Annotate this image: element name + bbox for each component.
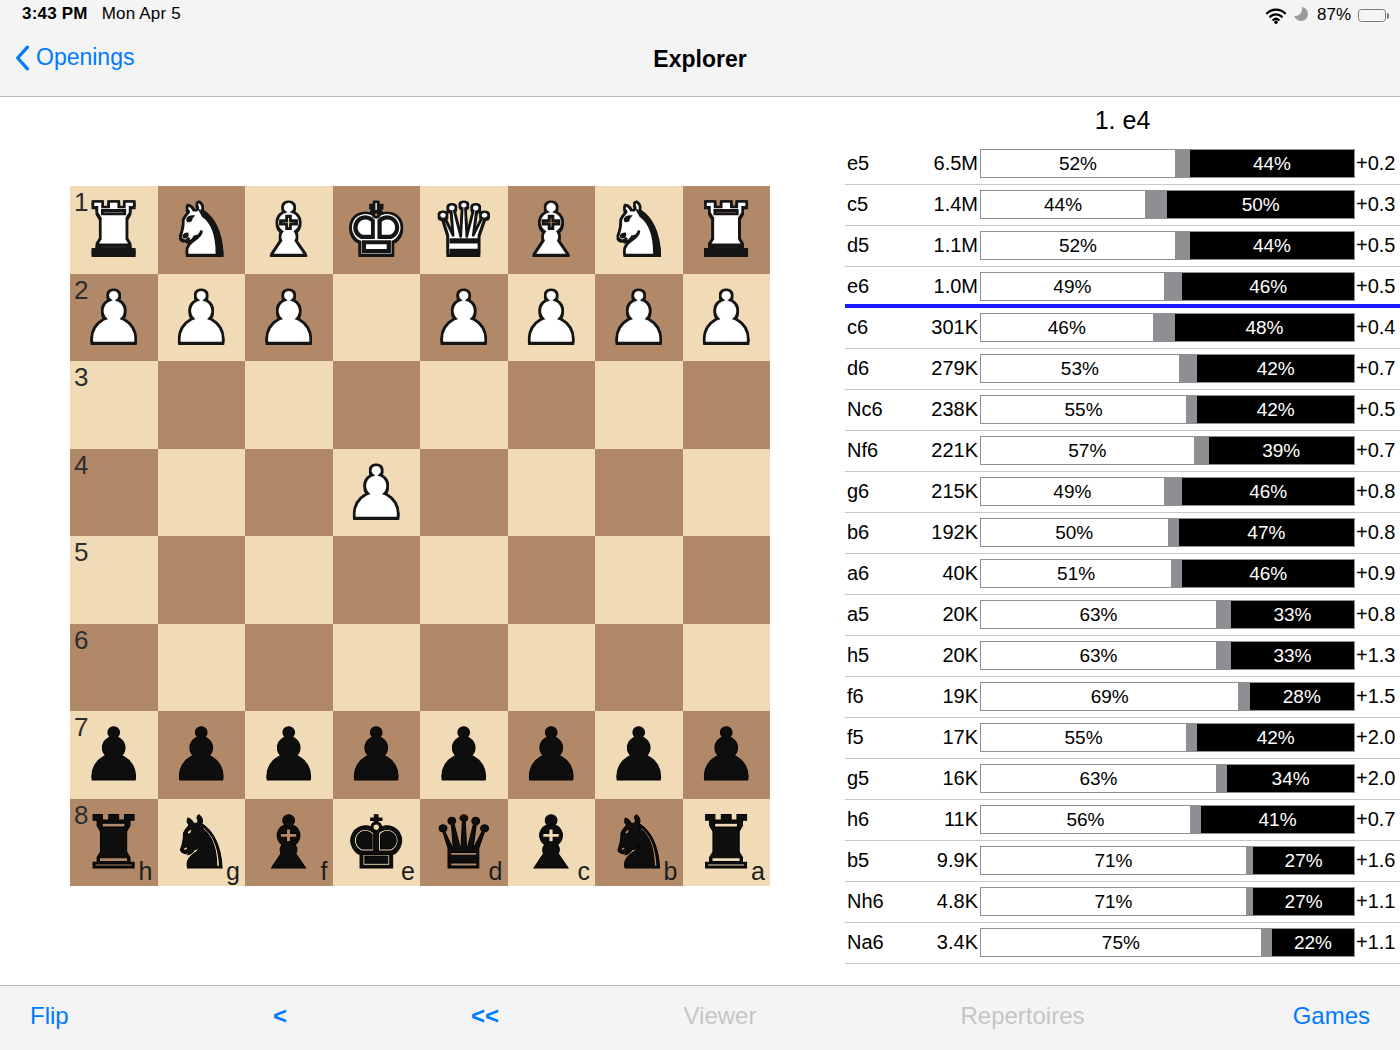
- square-c4[interactable]: [508, 449, 596, 537]
- eval-label: +0.7: [1356, 357, 1395, 380]
- square-b8[interactable]: b♞: [595, 799, 683, 887]
- square-a4[interactable]: [683, 449, 771, 537]
- file-label: e: [401, 857, 415, 886]
- square-g1[interactable]: ♞: [158, 186, 246, 274]
- move-row[interactable]: h6 11K 56% 41% +0.7: [845, 800, 1400, 841]
- move-row[interactable]: Nf6 221K 57% 39% +0.7: [845, 431, 1400, 472]
- white-pawn[interactable]: ♟: [169, 274, 234, 362]
- square-g3[interactable]: [158, 361, 246, 449]
- draw-segment: [1171, 560, 1182, 587]
- move-label: h6: [847, 808, 869, 831]
- result-bar: 49% 46%: [980, 272, 1355, 301]
- square-f4[interactable]: [245, 449, 333, 537]
- black-bishop[interactable]: ♝: [519, 799, 584, 887]
- eval-label: +0.2: [1356, 152, 1395, 175]
- square-f3[interactable]: [245, 361, 333, 449]
- white-win-segment: 71%: [981, 888, 1246, 915]
- white-rook[interactable]: ♜: [81, 186, 146, 274]
- white-win-segment: 44%: [981, 191, 1145, 218]
- draw-segment: [1164, 478, 1183, 505]
- white-win-segment: 63%: [981, 642, 1216, 669]
- black-pawn[interactable]: ♟: [81, 711, 146, 799]
- status-time-date: 3:43 PMMon Apr 5: [22, 4, 181, 24]
- eval-label: +1.3: [1356, 644, 1395, 667]
- square-c7[interactable]: ♟: [508, 711, 596, 799]
- games-count: 40K: [885, 562, 978, 585]
- white-win-segment: 52%: [981, 150, 1175, 177]
- move-row[interactable]: d6 279K 53% 42% +0.7: [845, 349, 1400, 390]
- black-win-segment: 44%: [1190, 150, 1354, 177]
- result-bar: 71% 27%: [980, 846, 1355, 875]
- flip-button[interactable]: Flip: [30, 1002, 69, 1030]
- file-label: d: [489, 857, 503, 886]
- white-rook[interactable]: ♜: [694, 186, 759, 274]
- black-pawn[interactable]: ♟: [344, 711, 409, 799]
- move-label: f6: [847, 685, 864, 708]
- white-pawn[interactable]: ♟: [344, 449, 409, 537]
- square-h7[interactable]: 7♟: [70, 711, 158, 799]
- black-win-segment: 42%: [1197, 355, 1354, 382]
- move-label: a5: [847, 603, 869, 626]
- eval-label: +0.5: [1356, 234, 1395, 257]
- eval-label: +1.1: [1356, 890, 1395, 913]
- square-h4[interactable]: 4: [70, 449, 158, 537]
- nav-bar: Openings Explorer: [0, 30, 1400, 96]
- square-f8[interactable]: f♝: [245, 799, 333, 887]
- viewer-button: Viewer: [645, 1002, 795, 1030]
- eval-label: +0.7: [1356, 808, 1395, 831]
- result-bar: 75% 22%: [980, 928, 1355, 957]
- black-win-segment: 44%: [1190, 232, 1354, 259]
- black-rook[interactable]: ♜: [694, 799, 759, 887]
- draw-segment: [1261, 929, 1272, 956]
- square-d1[interactable]: ♛: [420, 186, 508, 274]
- games-count: 11K: [885, 808, 978, 831]
- black-pawn[interactable]: ♟: [169, 711, 234, 799]
- square-b6[interactable]: [595, 624, 683, 712]
- move-row[interactable]: g6 215K 49% 46% +0.8: [845, 472, 1400, 513]
- move-label: h5: [847, 644, 869, 667]
- move-label: e5: [847, 152, 869, 175]
- games-count: 221K: [885, 439, 978, 462]
- result-bar: 50% 47%: [980, 518, 1355, 547]
- move-row[interactable]: e5 6.5M 52% 44% +0.2: [845, 144, 1400, 185]
- status-time: 3:43 PM: [22, 4, 88, 23]
- square-d5[interactable]: [420, 536, 508, 624]
- rank-label: 8: [74, 800, 88, 831]
- square-d2[interactable]: ♟: [420, 274, 508, 362]
- move-label: Nh6: [847, 890, 884, 913]
- square-c3[interactable]: [508, 361, 596, 449]
- rank-label: 3: [74, 362, 88, 393]
- black-knight[interactable]: ♞: [169, 799, 234, 887]
- square-a2[interactable]: ♟: [683, 274, 771, 362]
- move-row[interactable]: Nc6 238K 55% 42% +0.5: [845, 390, 1400, 431]
- square-a3[interactable]: [683, 361, 771, 449]
- file-label: f: [321, 857, 328, 886]
- move-row[interactable]: f6 19K 69% 28% +1.5: [845, 677, 1400, 718]
- square-g5[interactable]: [158, 536, 246, 624]
- square-c5[interactable]: [508, 536, 596, 624]
- games-count: 9.9K: [885, 849, 978, 872]
- games-count: 6.5M: [885, 152, 978, 175]
- black-knight[interactable]: ♞: [606, 799, 671, 887]
- draw-segment: [1168, 519, 1179, 546]
- opening-line-header: 1. e4: [845, 100, 1400, 144]
- move-row[interactable]: b6 192K 50% 47% +0.8: [845, 513, 1400, 554]
- white-win-segment: 55%: [981, 396, 1186, 423]
- black-king[interactable]: ♚: [344, 799, 409, 887]
- move-row[interactable]: a6 40K 51% 46% +0.9: [845, 554, 1400, 595]
- games-count: 20K: [885, 603, 978, 626]
- white-pawn[interactable]: ♟: [606, 274, 671, 362]
- file-label: c: [578, 857, 591, 886]
- black-win-segment: 46%: [1182, 478, 1354, 505]
- rank-label: 7: [74, 712, 88, 743]
- square-a5[interactable]: [683, 536, 771, 624]
- move-label: b5: [847, 849, 869, 872]
- white-bishop[interactable]: ♝: [256, 186, 321, 274]
- result-bar: 46% 48%: [980, 313, 1355, 342]
- square-f6[interactable]: [245, 624, 333, 712]
- draw-segment: [1186, 396, 1197, 423]
- black-win-segment: 34%: [1227, 765, 1354, 792]
- games-count: 1.4M: [885, 193, 978, 216]
- white-win-segment: 52%: [981, 232, 1175, 259]
- black-pawn[interactable]: ♟: [431, 711, 496, 799]
- move-row[interactable]: h5 20K 63% 33% +1.3: [845, 636, 1400, 677]
- black-win-segment: 42%: [1197, 724, 1354, 751]
- black-pawn[interactable]: ♟: [606, 711, 671, 799]
- games-count: 16K: [885, 767, 978, 790]
- games-count: 20K: [885, 644, 978, 667]
- move-row[interactable]: c6 301K 46% 48% +0.4: [845, 308, 1400, 349]
- square-a8[interactable]: a♜: [683, 799, 771, 887]
- eval-label: +1.5: [1356, 685, 1395, 708]
- square-a7[interactable]: ♟: [683, 711, 771, 799]
- move-row[interactable]: d5 1.1M 52% 44% +0.5: [845, 226, 1400, 267]
- square-e2[interactable]: [333, 274, 421, 362]
- square-b7[interactable]: ♟: [595, 711, 683, 799]
- black-pawn[interactable]: ♟: [256, 711, 321, 799]
- eval-label: +1.1: [1356, 931, 1395, 954]
- white-win-segment: 69%: [981, 683, 1238, 710]
- square-f2[interactable]: ♟: [245, 274, 333, 362]
- draw-segment: [1145, 191, 1167, 218]
- result-bar: 51% 46%: [980, 559, 1355, 588]
- move-label: Nf6: [847, 439, 878, 462]
- square-c2[interactable]: ♟: [508, 274, 596, 362]
- games-count: 215K: [885, 480, 978, 503]
- eval-label: +0.7: [1356, 439, 1395, 462]
- move-label: d6: [847, 357, 869, 380]
- result-bar: 53% 42%: [980, 354, 1355, 383]
- square-d4[interactable]: [420, 449, 508, 537]
- white-win-segment: 49%: [981, 273, 1164, 300]
- rank-label: 5: [74, 537, 88, 568]
- games-button[interactable]: Games: [1293, 1002, 1370, 1030]
- black-win-segment: 47%: [1179, 519, 1354, 546]
- square-g7[interactable]: ♟: [158, 711, 246, 799]
- white-win-segment: 75%: [981, 929, 1261, 956]
- games-count: 17K: [885, 726, 978, 749]
- draw-segment: [1216, 642, 1231, 669]
- white-pawn[interactable]: ♟: [256, 274, 321, 362]
- result-bar: 69% 28%: [980, 682, 1355, 711]
- square-e4[interactable]: ♟: [333, 449, 421, 537]
- move-label: Nc6: [847, 398, 883, 421]
- games-count: 192K: [885, 521, 978, 544]
- square-e6[interactable]: [333, 624, 421, 712]
- square-b4[interactable]: [595, 449, 683, 537]
- move-row[interactable]: Nh6 4.8K 71% 27% +1.1: [845, 882, 1400, 923]
- black-win-segment: 39%: [1209, 437, 1354, 464]
- move-label: b6: [847, 521, 869, 544]
- square-g6[interactable]: [158, 624, 246, 712]
- file-label: a: [751, 857, 765, 886]
- white-win-segment: 71%: [981, 847, 1246, 874]
- white-pawn[interactable]: ♟: [81, 274, 146, 362]
- draw-segment: [1190, 806, 1201, 833]
- result-bar: 63% 34%: [980, 764, 1355, 793]
- white-pawn[interactable]: ♟: [431, 274, 496, 362]
- square-h1[interactable]: 1♜: [70, 186, 158, 274]
- white-win-segment: 55%: [981, 724, 1186, 751]
- eval-label: +0.3: [1356, 193, 1395, 216]
- eval-label: +0.8: [1356, 603, 1395, 626]
- opening-explorer-panel: 1. e4 e5 6.5M 52% 44% +0.2 c5 1.4M 44% 5…: [845, 100, 1400, 964]
- rank-label: 6: [74, 625, 88, 656]
- move-label: c6: [847, 316, 868, 339]
- square-d3[interactable]: [420, 361, 508, 449]
- black-win-segment: 33%: [1231, 642, 1354, 669]
- move-row[interactable]: a5 20K 63% 33% +0.8: [845, 595, 1400, 636]
- eval-label: +0.8: [1356, 480, 1395, 503]
- move-label: d5: [847, 234, 869, 257]
- rank-label: 1: [74, 187, 88, 218]
- white-win-segment: 49%: [981, 478, 1164, 505]
- games-count: 279K: [885, 357, 978, 380]
- move-row[interactable]: g5 16K 63% 34% +2.0: [845, 759, 1400, 800]
- square-f5[interactable]: [245, 536, 333, 624]
- draw-segment: [1186, 724, 1197, 751]
- result-bar: 52% 44%: [980, 231, 1355, 260]
- wifi-icon: [1265, 7, 1287, 24]
- draw-segment: [1175, 150, 1190, 177]
- move-label: Na6: [847, 931, 884, 954]
- white-win-segment: 57%: [981, 437, 1194, 464]
- move-row[interactable]: Na6 3.4K 75% 22% +1.1: [845, 923, 1400, 964]
- rank-label: 4: [74, 450, 88, 481]
- square-d8[interactable]: d♛: [420, 799, 508, 887]
- draw-segment: [1164, 273, 1183, 300]
- white-win-segment: 46%: [981, 314, 1153, 341]
- black-rook[interactable]: ♜: [81, 799, 146, 887]
- result-bar: 49% 46%: [980, 477, 1355, 506]
- result-bar: 71% 27%: [980, 887, 1355, 916]
- black-win-segment: 33%: [1231, 601, 1354, 628]
- square-e1[interactable]: ♚: [333, 186, 421, 274]
- square-d6[interactable]: [420, 624, 508, 712]
- eval-label: +0.9: [1356, 562, 1395, 585]
- white-bishop[interactable]: ♝: [519, 186, 584, 274]
- black-win-segment: 46%: [1182, 273, 1354, 300]
- bottom-toolbar: Flip < << Viewer Repertoires Games: [0, 985, 1400, 1050]
- move-label: e6: [847, 275, 869, 298]
- square-h2[interactable]: 2♟: [70, 274, 158, 362]
- white-win-segment: 51%: [981, 560, 1171, 587]
- square-c1[interactable]: ♝: [508, 186, 596, 274]
- file-label: g: [226, 857, 240, 886]
- eval-label: +0.5: [1356, 275, 1395, 298]
- rank-label: 2: [74, 275, 88, 306]
- move-row[interactable]: c5 1.4M 44% 50% +0.3: [845, 185, 1400, 226]
- move-label: c5: [847, 193, 868, 216]
- white-win-segment: 63%: [981, 601, 1216, 628]
- move-row[interactable]: f5 17K 55% 42% +2.0: [845, 718, 1400, 759]
- square-g4[interactable]: [158, 449, 246, 537]
- move-label: g6: [847, 480, 869, 503]
- result-bar: 63% 33%: [980, 641, 1355, 670]
- draw-segment: [1216, 601, 1231, 628]
- eval-label: +0.5: [1356, 398, 1395, 421]
- result-bar: 44% 50%: [980, 190, 1355, 219]
- square-b2[interactable]: ♟: [595, 274, 683, 362]
- black-win-segment: 28%: [1250, 683, 1354, 710]
- move-row[interactable]: e6 1.0M 49% 46% +0.5: [845, 267, 1400, 308]
- rewind-button[interactable]: <<: [440, 1002, 530, 1030]
- black-win-segment: 46%: [1182, 560, 1354, 587]
- square-f1[interactable]: ♝: [245, 186, 333, 274]
- battery-icon: [1358, 9, 1386, 22]
- black-pawn[interactable]: ♟: [519, 711, 584, 799]
- result-bar: 63% 33%: [980, 600, 1355, 629]
- games-count: 3.4K: [885, 931, 978, 954]
- move-label: g5: [847, 767, 869, 790]
- draw-segment: [1194, 437, 1209, 464]
- result-bar: 56% 41%: [980, 805, 1355, 834]
- eval-label: +1.6: [1356, 849, 1395, 872]
- white-pawn[interactable]: ♟: [694, 274, 759, 362]
- square-e5[interactable]: [333, 536, 421, 624]
- black-win-segment: 48%: [1175, 314, 1354, 341]
- black-queen[interactable]: ♛: [431, 799, 496, 887]
- square-c8[interactable]: c♝: [508, 799, 596, 887]
- games-count: 301K: [885, 316, 978, 339]
- square-a6[interactable]: [683, 624, 771, 712]
- move-row[interactable]: b5 9.9K 71% 27% +1.6: [845, 841, 1400, 882]
- white-win-segment: 50%: [981, 519, 1168, 546]
- draw-segment: [1238, 683, 1249, 710]
- square-e8[interactable]: e♚: [333, 799, 421, 887]
- square-b3[interactable]: [595, 361, 683, 449]
- draw-segment: [1153, 314, 1175, 341]
- black-win-segment: 27%: [1253, 888, 1354, 915]
- black-bishop[interactable]: ♝: [256, 799, 321, 887]
- draw-segment: [1175, 232, 1190, 259]
- chess-board[interactable]: 1♜♞♝♚♛♝♞♜2♟♟♟♟♟♟♟34♟567♟♟♟♟♟♟♟♟8h♜g♞f♝e♚…: [70, 186, 770, 886]
- draw-segment: [1216, 765, 1227, 792]
- eval-label: +0.4: [1356, 316, 1395, 339]
- eval-label: +2.0: [1356, 726, 1395, 749]
- square-h6[interactable]: 6: [70, 624, 158, 712]
- square-e7[interactable]: ♟: [333, 711, 421, 799]
- moon-icon: [1294, 7, 1310, 23]
- eval-label: +2.0: [1356, 767, 1395, 790]
- white-knight[interactable]: ♞: [606, 186, 671, 274]
- games-count: 1.0M: [885, 275, 978, 298]
- result-bar: 55% 42%: [980, 395, 1355, 424]
- page-title: Explorer: [0, 46, 1400, 73]
- black-win-segment: 41%: [1201, 806, 1354, 833]
- games-count: 1.1M: [885, 234, 978, 257]
- games-count: 4.8K: [885, 890, 978, 913]
- square-h5[interactable]: 5: [70, 536, 158, 624]
- white-king[interactable]: ♚: [344, 186, 409, 274]
- black-win-segment: 42%: [1197, 396, 1354, 423]
- square-g8[interactable]: g♞: [158, 799, 246, 887]
- white-queen[interactable]: ♛: [431, 186, 496, 274]
- white-win-segment: 56%: [981, 806, 1190, 833]
- file-label: h: [139, 857, 153, 886]
- move-label: a6: [847, 562, 869, 585]
- file-label: b: [664, 857, 678, 886]
- eval-label: +0.8: [1356, 521, 1395, 544]
- draw-segment: [1246, 888, 1253, 915]
- result-bar: 57% 39%: [980, 436, 1355, 465]
- white-win-segment: 53%: [981, 355, 1179, 382]
- result-bar: 55% 42%: [980, 723, 1355, 752]
- back-move-button[interactable]: <: [250, 1002, 310, 1030]
- status-bar: 3:43 PMMon Apr 5 87%: [0, 0, 1400, 30]
- white-knight[interactable]: ♞: [169, 186, 234, 274]
- white-pawn[interactable]: ♟: [519, 274, 584, 362]
- square-a1[interactable]: ♜: [683, 186, 771, 274]
- top-chrome: 3:43 PMMon Apr 5 87% Ope: [0, 0, 1400, 97]
- square-b5[interactable]: [595, 536, 683, 624]
- status-date: Mon Apr 5: [102, 4, 181, 23]
- games-count: 238K: [885, 398, 978, 421]
- square-f7[interactable]: ♟: [245, 711, 333, 799]
- draw-segment: [1246, 847, 1253, 874]
- black-win-segment: 22%: [1272, 929, 1354, 956]
- black-win-segment: 27%: [1253, 847, 1354, 874]
- draw-segment: [1179, 355, 1198, 382]
- white-win-segment: 63%: [981, 765, 1216, 792]
- square-d7[interactable]: ♟: [420, 711, 508, 799]
- black-win-segment: 50%: [1167, 191, 1354, 218]
- games-count: 19K: [885, 685, 978, 708]
- square-c6[interactable]: [508, 624, 596, 712]
- black-pawn[interactable]: ♟: [694, 711, 759, 799]
- square-b1[interactable]: ♞: [595, 186, 683, 274]
- square-e3[interactable]: [333, 361, 421, 449]
- square-h3[interactable]: 3: [70, 361, 158, 449]
- result-bar: 52% 44%: [980, 149, 1355, 178]
- battery-percent: 87%: [1317, 5, 1351, 25]
- move-label: f5: [847, 726, 864, 749]
- square-g2[interactable]: ♟: [158, 274, 246, 362]
- move-list: e5 6.5M 52% 44% +0.2 c5 1.4M 44% 50% +0.…: [845, 144, 1400, 964]
- square-h8[interactable]: 8h♜: [70, 799, 158, 887]
- repertoires-button: Repertoires: [935, 1002, 1110, 1030]
